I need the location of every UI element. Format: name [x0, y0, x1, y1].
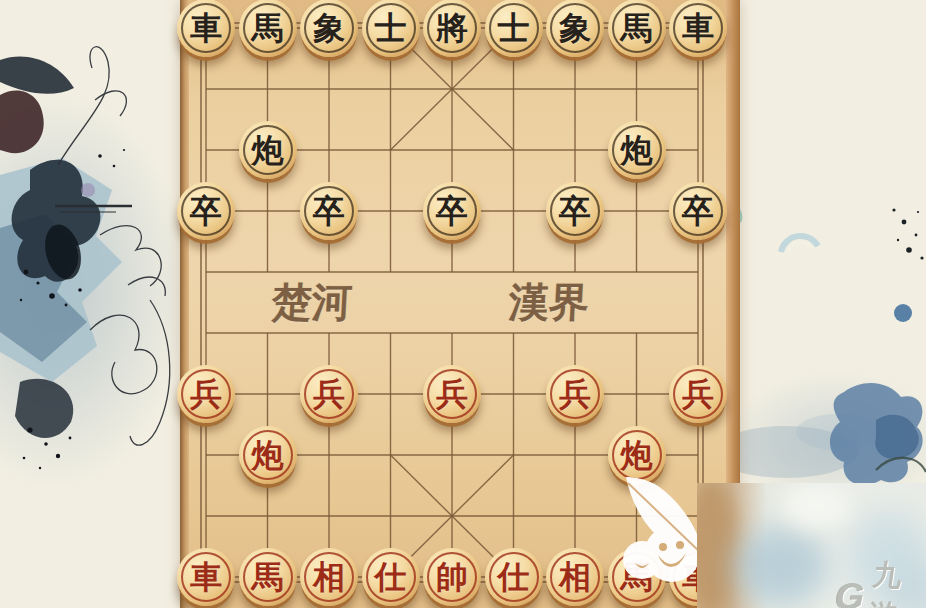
piece-red-兵[interactable]: 兵 — [177, 365, 235, 423]
piece-character: 車 — [190, 12, 222, 44]
piece-red-仕[interactable]: 仕 — [485, 548, 543, 606]
piece-black-炮[interactable]: 炮 — [239, 121, 297, 179]
xiangqi-board[interactable]: 楚河 漢界 車馬象士將士象馬車炮炮卒卒卒卒卒兵兵兵兵兵炮炮車馬相仕帥仕相馬車 — [180, 0, 740, 608]
piece-character: 炮 — [252, 439, 284, 471]
screenshot-root: 楚河 漢界 車馬象士將士象馬車炮炮卒卒卒卒卒兵兵兵兵兵炮炮車馬相仕帥仕相馬車 — [0, 0, 926, 608]
piece-character: 車 — [682, 12, 714, 44]
piece-character: 卒 — [313, 195, 345, 227]
piece-red-車[interactable]: 車 — [177, 548, 235, 606]
piece-character: 仕 — [498, 561, 530, 593]
piece-red-相[interactable]: 相 — [546, 548, 604, 606]
piece-character: 馬 — [621, 561, 653, 593]
piece-character: 馬 — [252, 12, 284, 44]
river-label-chu: 楚河 — [270, 273, 395, 331]
piece-character: 兵 — [436, 378, 468, 410]
ink-art-left — [0, 0, 186, 608]
piece-character: 士 — [498, 12, 530, 44]
piece-black-馬[interactable]: 馬 — [608, 0, 666, 57]
piece-character: 卒 — [190, 195, 222, 227]
piece-character: 仕 — [375, 561, 407, 593]
piece-character: 卒 — [436, 195, 468, 227]
piece-character: 炮 — [621, 134, 653, 166]
piece-black-馬[interactable]: 馬 — [239, 0, 297, 57]
piece-character: 車 — [190, 561, 222, 593]
river-label-han: 漢界 — [507, 273, 632, 331]
piece-character: 象 — [313, 12, 345, 44]
piece-character: 卒 — [682, 195, 714, 227]
piece-black-炮[interactable]: 炮 — [608, 121, 666, 179]
piece-character: 相 — [559, 561, 591, 593]
piece-black-卒[interactable]: 卒 — [300, 182, 358, 240]
piece-black-車[interactable]: 車 — [177, 0, 235, 57]
piece-black-將[interactable]: 將 — [423, 0, 481, 57]
piece-black-象[interactable]: 象 — [300, 0, 358, 57]
piece-character: 帥 — [436, 561, 468, 593]
piece-red-兵[interactable]: 兵 — [546, 365, 604, 423]
piece-red-兵[interactable]: 兵 — [423, 365, 481, 423]
piece-character: 兵 — [190, 378, 222, 410]
piece-character: 兵 — [559, 378, 591, 410]
piece-black-卒[interactable]: 卒 — [177, 182, 235, 240]
piece-red-炮[interactable]: 炮 — [608, 426, 666, 484]
piece-black-卒[interactable]: 卒 — [546, 182, 604, 240]
blurred-region — [697, 483, 926, 608]
piece-character: 兵 — [682, 378, 714, 410]
piece-red-仕[interactable]: 仕 — [362, 548, 420, 606]
piece-character: 炮 — [621, 439, 653, 471]
piece-red-馬[interactable]: 馬 — [239, 548, 297, 606]
piece-character: 象 — [559, 12, 591, 44]
piece-black-車[interactable]: 車 — [669, 0, 727, 57]
piece-character: 相 — [313, 561, 345, 593]
piece-character: 將 — [436, 12, 468, 44]
piece-black-象[interactable]: 象 — [546, 0, 604, 57]
piece-character: 馬 — [621, 12, 653, 44]
piece-black-卒[interactable]: 卒 — [423, 182, 481, 240]
piece-red-馬[interactable]: 馬 — [608, 548, 666, 606]
piece-character: 士 — [375, 12, 407, 44]
piece-black-士[interactable]: 士 — [485, 0, 543, 57]
piece-black-卒[interactable]: 卒 — [669, 182, 727, 240]
piece-red-兵[interactable]: 兵 — [669, 365, 727, 423]
piece-red-炮[interactable]: 炮 — [239, 426, 297, 484]
piece-character: 馬 — [252, 561, 284, 593]
board-grid — [180, 0, 740, 608]
piece-red-相[interactable]: 相 — [300, 548, 358, 606]
piece-black-士[interactable]: 士 — [362, 0, 420, 57]
piece-red-兵[interactable]: 兵 — [300, 365, 358, 423]
piece-character: 卒 — [559, 195, 591, 227]
piece-character: 炮 — [252, 134, 284, 166]
piece-red-帥[interactable]: 帥 — [423, 548, 481, 606]
piece-character: 兵 — [313, 378, 345, 410]
